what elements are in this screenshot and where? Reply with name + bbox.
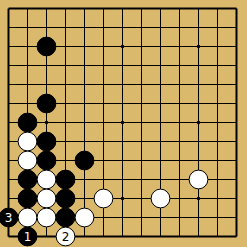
go-diagram: 123 [0,0,247,247]
stone-white [37,170,56,189]
stone-white [18,151,37,170]
hoshi-point [197,121,201,125]
stone-black [75,151,94,170]
stone-black [56,208,75,227]
hoshi-point [197,45,201,49]
stone-white [37,208,56,227]
stone-black [18,189,37,208]
move-number-label: 3 [5,211,13,225]
stone-black [37,37,56,56]
go-board[interactable]: 123 [0,0,247,247]
stone-black [37,151,56,170]
stone-white [94,189,113,208]
stone-black [56,170,75,189]
hoshi-point [121,45,125,49]
hoshi-point [197,197,201,201]
stone-white [18,208,37,227]
stone-black [37,132,56,151]
stone-black [56,189,75,208]
move-number-label: 1 [24,230,32,244]
stone-black [18,113,37,132]
stone-white [75,208,94,227]
hoshi-point [121,197,125,201]
stone-white [18,132,37,151]
stone-white [37,189,56,208]
move-number-label: 2 [62,230,70,244]
hoshi-point [121,121,125,125]
hoshi-point [45,121,49,125]
stone-white [151,189,170,208]
stone-black [37,94,56,113]
stone-white [189,170,208,189]
stone-black [18,170,37,189]
